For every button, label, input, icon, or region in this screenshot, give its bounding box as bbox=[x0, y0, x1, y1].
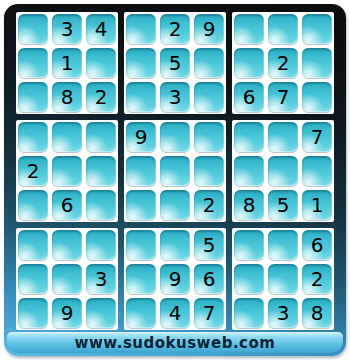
cell-r7c9: 6 bbox=[302, 230, 332, 260]
cell-r1c2: 3 bbox=[52, 14, 82, 44]
cell-r3c3: 2 bbox=[86, 82, 116, 112]
cell-r1c6: 9 bbox=[194, 14, 224, 44]
cell-r6c3[interactable] bbox=[86, 190, 116, 220]
cell-r8c7[interactable] bbox=[234, 264, 264, 294]
cell-r1c9[interactable] bbox=[302, 14, 332, 44]
cell-r1c7[interactable] bbox=[234, 14, 264, 44]
cell-r4c4: 9 bbox=[126, 122, 156, 152]
sudoku-board: 3418229532672692785139596476238 bbox=[16, 12, 334, 330]
cell-r5c8[interactable] bbox=[268, 156, 298, 186]
sudoku-frame: 3418229532672692785139596476238 www.sudo… bbox=[4, 4, 346, 356]
cell-r6c8: 5 bbox=[268, 190, 298, 220]
cell-r9c7[interactable] bbox=[234, 298, 264, 328]
cell-r3c9[interactable] bbox=[302, 82, 332, 112]
cell-r8c1[interactable] bbox=[18, 264, 48, 294]
cell-r7c8[interactable] bbox=[268, 230, 298, 260]
cell-r4c8[interactable] bbox=[268, 122, 298, 152]
cell-r1c3: 4 bbox=[86, 14, 116, 44]
cell-r2c2: 1 bbox=[52, 48, 82, 78]
cell-r7c5[interactable] bbox=[160, 230, 190, 260]
cell-r5c1: 2 bbox=[18, 156, 48, 186]
cell-r9c1[interactable] bbox=[18, 298, 48, 328]
cell-r7c4[interactable] bbox=[126, 230, 156, 260]
cell-r1c1[interactable] bbox=[18, 14, 48, 44]
cell-r6c9: 1 bbox=[302, 190, 332, 220]
cell-r7c6: 5 bbox=[194, 230, 224, 260]
cell-r8c8[interactable] bbox=[268, 264, 298, 294]
cell-r1c5: 2 bbox=[160, 14, 190, 44]
cell-r4c9: 7 bbox=[302, 122, 332, 152]
cell-r2c4[interactable] bbox=[126, 48, 156, 78]
cell-r7c1[interactable] bbox=[18, 230, 48, 260]
cell-r8c2[interactable] bbox=[52, 264, 82, 294]
cell-r6c2: 6 bbox=[52, 190, 82, 220]
cell-r9c2: 9 bbox=[52, 298, 82, 328]
cell-r4c1[interactable] bbox=[18, 122, 48, 152]
cell-r8c5: 9 bbox=[160, 264, 190, 294]
footer-url: www.sudokusweb.com bbox=[75, 334, 276, 352]
box-1-2: 2953 bbox=[124, 12, 226, 114]
cell-r5c4[interactable] bbox=[126, 156, 156, 186]
cell-r9c8: 3 bbox=[268, 298, 298, 328]
cell-r2c3[interactable] bbox=[86, 48, 116, 78]
box-2-1: 26 bbox=[16, 120, 118, 222]
box-1-1: 34182 bbox=[16, 12, 118, 114]
cell-r6c7: 8 bbox=[234, 190, 264, 220]
cell-r2c5: 5 bbox=[160, 48, 190, 78]
cell-r9c3[interactable] bbox=[86, 298, 116, 328]
cell-r4c2[interactable] bbox=[52, 122, 82, 152]
cell-r3c2: 8 bbox=[52, 82, 82, 112]
cell-r7c7[interactable] bbox=[234, 230, 264, 260]
cell-r4c6[interactable] bbox=[194, 122, 224, 152]
footer-bar: www.sudokusweb.com bbox=[7, 332, 343, 353]
cell-r4c7[interactable] bbox=[234, 122, 264, 152]
box-2-3: 7851 bbox=[232, 120, 334, 222]
cell-r4c3[interactable] bbox=[86, 122, 116, 152]
cell-r3c5: 3 bbox=[160, 82, 190, 112]
cell-r7c2[interactable] bbox=[52, 230, 82, 260]
cell-r1c8[interactable] bbox=[268, 14, 298, 44]
box-3-2: 59647 bbox=[124, 228, 226, 330]
cell-r5c3[interactable] bbox=[86, 156, 116, 186]
cell-r5c2[interactable] bbox=[52, 156, 82, 186]
cell-r2c9[interactable] bbox=[302, 48, 332, 78]
cell-r5c9[interactable] bbox=[302, 156, 332, 186]
cell-r3c6[interactable] bbox=[194, 82, 224, 112]
box-1-3: 267 bbox=[232, 12, 334, 114]
cell-r1c4[interactable] bbox=[126, 14, 156, 44]
cell-r9c9: 8 bbox=[302, 298, 332, 328]
cell-r2c6[interactable] bbox=[194, 48, 224, 78]
cell-r9c4[interactable] bbox=[126, 298, 156, 328]
box-3-3: 6238 bbox=[232, 228, 334, 330]
cell-r2c1[interactable] bbox=[18, 48, 48, 78]
cell-r2c7[interactable] bbox=[234, 48, 264, 78]
cell-r9c6: 7 bbox=[194, 298, 224, 328]
cell-r5c7[interactable] bbox=[234, 156, 264, 186]
cell-r3c8: 7 bbox=[268, 82, 298, 112]
cell-r8c3: 3 bbox=[86, 264, 116, 294]
cell-r4c5[interactable] bbox=[160, 122, 190, 152]
cell-r6c6: 2 bbox=[194, 190, 224, 220]
cell-r2c8: 2 bbox=[268, 48, 298, 78]
cell-r6c5[interactable] bbox=[160, 190, 190, 220]
cell-r3c4[interactable] bbox=[126, 82, 156, 112]
cell-r3c1[interactable] bbox=[18, 82, 48, 112]
cell-r6c1[interactable] bbox=[18, 190, 48, 220]
cell-r3c7: 6 bbox=[234, 82, 264, 112]
cell-r8c9: 2 bbox=[302, 264, 332, 294]
cell-r8c6: 6 bbox=[194, 264, 224, 294]
cell-r6c4[interactable] bbox=[126, 190, 156, 220]
cell-r7c3[interactable] bbox=[86, 230, 116, 260]
cell-r9c5: 4 bbox=[160, 298, 190, 328]
box-3-1: 39 bbox=[16, 228, 118, 330]
cell-r8c4[interactable] bbox=[126, 264, 156, 294]
cell-r5c5[interactable] bbox=[160, 156, 190, 186]
cell-r5c6[interactable] bbox=[194, 156, 224, 186]
box-2-2: 92 bbox=[124, 120, 226, 222]
